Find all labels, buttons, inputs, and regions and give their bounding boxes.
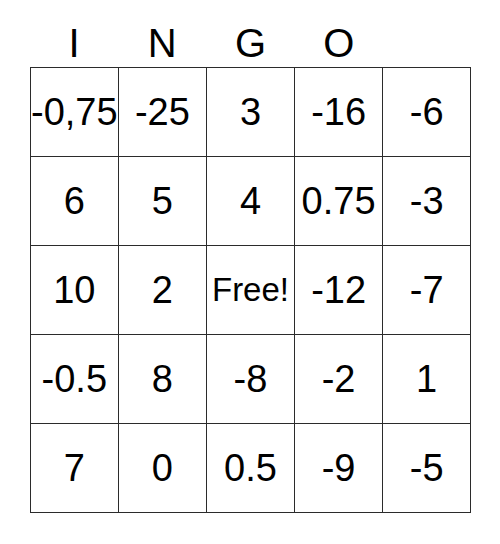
bingo-cell-r4c1[interactable]: 0 — [119, 424, 206, 512]
bingo-cell-r3c1[interactable]: 8 — [119, 335, 206, 423]
bingo-cell-r3c2[interactable]: -8 — [207, 335, 294, 423]
bingo-cell-r2c4[interactable]: -7 — [383, 246, 470, 334]
bingo-cell-r4c4[interactable]: -5 — [383, 424, 470, 512]
bingo-cell-r4c3[interactable]: -9 — [295, 424, 382, 512]
bingo-cell-r2c1[interactable]: 2 — [119, 246, 206, 334]
column-letter-blank — [383, 0, 471, 67]
column-letter-i: I — [30, 0, 118, 67]
bingo-header: I N G O — [30, 0, 471, 67]
bingo-cell-r2c3[interactable]: -12 — [295, 246, 382, 334]
bingo-cell-r0c2[interactable]: 3 — [207, 68, 294, 156]
bingo-cell-r2c0[interactable]: 10 — [31, 246, 118, 334]
bingo-cell-r4c0[interactable]: 7 — [31, 424, 118, 512]
column-letter-g: G — [206, 0, 294, 67]
bingo-cell-r3c0[interactable]: -0.5 — [31, 335, 118, 423]
bingo-cell-r1c0[interactable]: 6 — [31, 157, 118, 245]
bingo-cell-r3c3[interactable]: -2 — [295, 335, 382, 423]
bingo-cell-r0c0[interactable]: -0,75 — [31, 68, 118, 156]
column-letter-n: N — [118, 0, 206, 67]
bingo-grid: -0,75 -25 3 -16 -6 6 5 4 0.75 -3 10 2 Fr… — [30, 67, 471, 513]
bingo-cell-r1c1[interactable]: 5 — [119, 157, 206, 245]
bingo-cell-r0c4[interactable]: -6 — [383, 68, 470, 156]
bingo-cell-r0c3[interactable]: -16 — [295, 68, 382, 156]
bingo-cell-r1c4[interactable]: -3 — [383, 157, 470, 245]
bingo-card: I N G O -0,75 -25 3 -16 -6 6 5 4 0.75 -3… — [0, 0, 500, 544]
bingo-cell-r1c3[interactable]: 0.75 — [295, 157, 382, 245]
bingo-cell-r0c1[interactable]: -25 — [119, 68, 206, 156]
bingo-cell-r3c4[interactable]: 1 — [383, 335, 470, 423]
free-cell[interactable]: Free! — [207, 246, 294, 334]
bingo-cell-r1c2[interactable]: 4 — [207, 157, 294, 245]
bingo-cell-r4c2[interactable]: 0.5 — [207, 424, 294, 512]
column-letter-o: O — [295, 0, 383, 67]
